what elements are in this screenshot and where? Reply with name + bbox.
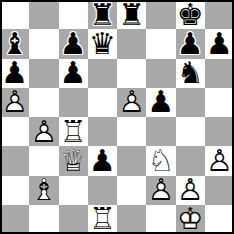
- square-e1[interactable]: [117, 205, 146, 234]
- square-e3[interactable]: [117, 146, 146, 175]
- black-rook[interactable]: ♜: [117, 0, 146, 29]
- piece-fill: ♜: [88, 0, 117, 29]
- square-h8[interactable]: [205, 0, 234, 29]
- piece-fill: ♞: [146, 146, 175, 175]
- piece-fill: ♟: [0, 88, 29, 117]
- square-f2[interactable]: ♟♙: [146, 176, 175, 205]
- piece-fill: ♞: [176, 59, 205, 88]
- black-bishop[interactable]: ♝: [0, 29, 29, 58]
- square-h3[interactable]: ♟♙: [205, 146, 234, 175]
- square-f8[interactable]: [146, 0, 175, 29]
- square-e8[interactable]: ♜: [117, 0, 146, 29]
- square-a4[interactable]: [0, 117, 29, 146]
- piece-outline: ♙: [29, 117, 58, 146]
- square-h7[interactable]: ♟: [205, 29, 234, 58]
- piece-fill: ♛: [59, 146, 88, 175]
- black-pawn[interactable]: ♟: [59, 59, 88, 88]
- square-f3[interactable]: ♞♘: [146, 146, 175, 175]
- square-h5[interactable]: [205, 88, 234, 117]
- square-g4[interactable]: [176, 117, 205, 146]
- square-g2[interactable]: ♟♙: [176, 176, 205, 205]
- white-pawn[interactable]: ♟♙: [117, 88, 146, 117]
- square-e4[interactable]: [117, 117, 146, 146]
- square-c1[interactable]: [59, 205, 88, 234]
- piece-fill: ♟: [176, 176, 205, 205]
- black-knight[interactable]: ♞: [176, 59, 205, 88]
- square-b8[interactable]: [29, 0, 58, 29]
- white-queen[interactable]: ♛♕: [59, 146, 88, 175]
- piece-fill: ♟: [176, 29, 205, 58]
- white-rook[interactable]: ♜♖: [88, 205, 117, 234]
- square-b6[interactable]: [29, 59, 58, 88]
- square-c7[interactable]: ♟: [59, 29, 88, 58]
- piece-outline: ♙: [176, 176, 205, 205]
- piece-fill: ♚: [176, 205, 205, 234]
- square-b4[interactable]: ♟♙: [29, 117, 58, 146]
- square-a6[interactable]: ♟: [0, 59, 29, 88]
- piece-outline: ♖: [88, 205, 117, 234]
- square-d1[interactable]: ♜♖: [88, 205, 117, 234]
- square-d5[interactable]: [88, 88, 117, 117]
- square-b1[interactable]: [29, 205, 58, 234]
- square-c2[interactable]: [59, 176, 88, 205]
- square-a8[interactable]: [0, 0, 29, 29]
- square-a2[interactable]: [0, 176, 29, 205]
- piece-fill: ♝: [29, 176, 58, 205]
- square-f5[interactable]: ♟: [146, 88, 175, 117]
- piece-fill: ♟: [0, 59, 29, 88]
- square-e5[interactable]: ♟♙: [117, 88, 146, 117]
- black-pawn[interactable]: ♟: [59, 29, 88, 58]
- piece-outline: ♙: [146, 176, 175, 205]
- white-pawn[interactable]: ♟♙: [29, 117, 58, 146]
- black-king[interactable]: ♚: [176, 0, 205, 29]
- square-h2[interactable]: [205, 176, 234, 205]
- square-b3[interactable]: [29, 146, 58, 175]
- square-g5[interactable]: [176, 88, 205, 117]
- square-g1[interactable]: ♚♔: [176, 205, 205, 234]
- square-f4[interactable]: [146, 117, 175, 146]
- square-g6[interactable]: ♞: [176, 59, 205, 88]
- black-pawn[interactable]: ♟: [0, 59, 29, 88]
- white-king[interactable]: ♚♔: [176, 205, 205, 234]
- square-a7[interactable]: ♝: [0, 29, 29, 58]
- square-a1[interactable]: [0, 205, 29, 234]
- white-knight[interactable]: ♞♘: [146, 146, 175, 175]
- piece-fill: ♟: [205, 146, 234, 175]
- piece-outline: ♙: [205, 146, 234, 175]
- square-b7[interactable]: [29, 29, 58, 58]
- white-pawn[interactable]: ♟♙: [205, 146, 234, 175]
- square-c6[interactable]: ♟: [59, 59, 88, 88]
- piece-fill: ♟: [88, 146, 117, 175]
- square-e6[interactable]: [117, 59, 146, 88]
- piece-fill: ♛: [88, 29, 117, 58]
- chess-board: ♜♜♚♝♟♛♟♟♟♟♞♟♙♟♙♟♟♙♜♖♛♕♟♞♘♟♙♝♗♟♙♟♙♜♖♚♔: [0, 0, 234, 234]
- square-b2[interactable]: ♝♗: [29, 176, 58, 205]
- square-c3[interactable]: ♛♕: [59, 146, 88, 175]
- piece-outline: ♖: [59, 117, 88, 146]
- piece-fill: ♝: [0, 29, 29, 58]
- square-e2[interactable]: [117, 176, 146, 205]
- square-c5[interactable]: [59, 88, 88, 117]
- square-h4[interactable]: [205, 117, 234, 146]
- black-pawn[interactable]: ♟: [88, 146, 117, 175]
- piece-fill: ♜: [59, 117, 88, 146]
- square-f6[interactable]: [146, 59, 175, 88]
- piece-outline: ♕: [59, 146, 88, 175]
- piece-fill: ♟: [205, 29, 234, 58]
- black-pawn[interactable]: ♟: [176, 29, 205, 58]
- black-rook[interactable]: ♜: [88, 0, 117, 29]
- square-c8[interactable]: [59, 0, 88, 29]
- square-a3[interactable]: [0, 146, 29, 175]
- piece-outline: ♙: [117, 88, 146, 117]
- square-d8[interactable]: ♜: [88, 0, 117, 29]
- square-d6[interactable]: [88, 59, 117, 88]
- square-h1[interactable]: [205, 205, 234, 234]
- piece-outline: ♙: [0, 88, 29, 117]
- square-a5[interactable]: ♟♙: [0, 88, 29, 117]
- white-pawn[interactable]: ♟♙: [0, 88, 29, 117]
- black-pawn[interactable]: ♟: [146, 88, 175, 117]
- white-pawn[interactable]: ♟♙: [176, 176, 205, 205]
- square-d7[interactable]: ♛: [88, 29, 117, 58]
- piece-fill: ♟: [146, 176, 175, 205]
- piece-fill: ♜: [117, 0, 146, 29]
- piece-fill: ♟: [117, 88, 146, 117]
- white-rook[interactable]: ♜♖: [59, 117, 88, 146]
- square-e7[interactable]: [117, 29, 146, 58]
- square-g7[interactable]: ♟: [176, 29, 205, 58]
- piece-fill: ♜: [88, 205, 117, 234]
- piece-fill: ♚: [176, 0, 205, 29]
- piece-fill: ♟: [29, 117, 58, 146]
- square-f7[interactable]: [146, 29, 175, 58]
- white-pawn[interactable]: ♟♙: [146, 176, 175, 205]
- piece-fill: ♟: [59, 29, 88, 58]
- piece-outline: ♗: [29, 176, 58, 205]
- piece-fill: ♟: [59, 59, 88, 88]
- square-d4[interactable]: [88, 117, 117, 146]
- white-bishop[interactable]: ♝♗: [29, 176, 58, 205]
- square-g8[interactable]: ♚: [176, 0, 205, 29]
- black-queen[interactable]: ♛: [88, 29, 117, 58]
- square-c4[interactable]: ♜♖: [59, 117, 88, 146]
- square-h6[interactable]: [205, 59, 234, 88]
- square-g3[interactable]: [176, 146, 205, 175]
- square-b5[interactable]: [29, 88, 58, 117]
- square-f1[interactable]: [146, 205, 175, 234]
- square-d3[interactable]: ♟: [88, 146, 117, 175]
- piece-fill: ♟: [146, 88, 175, 117]
- black-pawn[interactable]: ♟: [205, 29, 234, 58]
- piece-outline: ♘: [146, 146, 175, 175]
- square-d2[interactable]: [88, 176, 117, 205]
- piece-outline: ♔: [176, 205, 205, 234]
